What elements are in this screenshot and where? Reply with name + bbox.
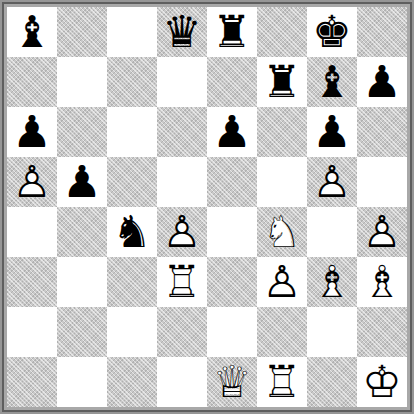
square-a6[interactable]: ♟ — [7, 107, 57, 157]
square-c8[interactable] — [107, 7, 157, 57]
square-h3[interactable]: ♝♗ — [357, 257, 407, 307]
piece-bP-a6: ♟ — [7, 107, 57, 157]
square-f4[interactable]: ♞♘ — [257, 207, 307, 257]
square-d3[interactable]: ♜♖ — [157, 257, 207, 307]
square-g2[interactable] — [307, 307, 357, 357]
square-f6[interactable] — [257, 107, 307, 157]
square-d6[interactable] — [157, 107, 207, 157]
square-f5[interactable] — [257, 157, 307, 207]
square-d7[interactable] — [157, 57, 207, 107]
square-a7[interactable] — [7, 57, 57, 107]
square-f1[interactable]: ♜♖ — [257, 357, 307, 407]
square-e7[interactable] — [207, 57, 257, 107]
square-d8[interactable]: ♛ — [157, 7, 207, 57]
piece-wQ-e1: ♕ — [207, 357, 257, 407]
piece-wN-f4: ♘ — [257, 207, 307, 257]
square-h1[interactable]: ♚♔ — [357, 357, 407, 407]
piece-wB-g3: ♗ — [307, 257, 357, 307]
piece-bR-f7: ♜ — [257, 57, 307, 107]
piece-bP-e6: ♟ — [207, 107, 257, 157]
square-b5[interactable]: ♟ — [57, 157, 107, 207]
square-a3[interactable] — [7, 257, 57, 307]
piece-wP-d4: ♙ — [157, 207, 207, 257]
square-b1[interactable] — [57, 357, 107, 407]
square-c4[interactable]: ♞ — [107, 207, 157, 257]
piece-wR-f1: ♖ — [257, 357, 307, 407]
piece-bP-b5: ♟ — [57, 157, 107, 207]
square-e6[interactable]: ♟ — [207, 107, 257, 157]
square-h8[interactable] — [357, 7, 407, 57]
piece-bB-a8: ♝ — [7, 7, 57, 57]
square-a4[interactable] — [7, 207, 57, 257]
square-a1[interactable] — [7, 357, 57, 407]
square-f8[interactable] — [257, 7, 307, 57]
square-h5[interactable] — [357, 157, 407, 207]
square-c3[interactable] — [107, 257, 157, 307]
square-b7[interactable] — [57, 57, 107, 107]
square-e4[interactable] — [207, 207, 257, 257]
piece-wP-g5: ♙ — [307, 157, 357, 207]
square-a2[interactable] — [7, 307, 57, 357]
piece-wP-a5: ♙ — [7, 157, 57, 207]
square-b6[interactable] — [57, 107, 107, 157]
square-c2[interactable] — [107, 307, 157, 357]
piece-bP-h7: ♟ — [357, 57, 407, 107]
square-h4[interactable]: ♟♙ — [357, 207, 407, 257]
square-g6[interactable]: ♟ — [307, 107, 357, 157]
square-d4[interactable]: ♟♙ — [157, 207, 207, 257]
square-f3[interactable]: ♟♙ — [257, 257, 307, 307]
square-b8[interactable] — [57, 7, 107, 57]
chessboard-frame: ♝♛♜♚♜♝♟♟♟♟♟♙♟♟♙♞♟♙♞♘♟♙♜♖♟♙♝♗♝♗♛♕♜♖♚♔ — [0, 0, 414, 414]
square-b3[interactable] — [57, 257, 107, 307]
square-e5[interactable] — [207, 157, 257, 207]
piece-bP-g6: ♟ — [307, 107, 357, 157]
piece-bN-c4: ♞ — [107, 207, 157, 257]
piece-bR-e8: ♜ — [207, 7, 257, 57]
square-e1[interactable]: ♛♕ — [207, 357, 257, 407]
square-c1[interactable] — [107, 357, 157, 407]
square-b4[interactable] — [57, 207, 107, 257]
square-c5[interactable] — [107, 157, 157, 207]
square-e8[interactable]: ♜ — [207, 7, 257, 57]
square-e2[interactable] — [207, 307, 257, 357]
square-c7[interactable] — [107, 57, 157, 107]
piece-wR-d3: ♖ — [157, 257, 207, 307]
piece-wK-h1: ♔ — [357, 357, 407, 407]
square-h6[interactable] — [357, 107, 407, 157]
piece-wP-h4: ♙ — [357, 207, 407, 257]
piece-wP-f3: ♙ — [257, 257, 307, 307]
piece-bQ-d8: ♛ — [157, 7, 207, 57]
square-a5[interactable]: ♟♙ — [7, 157, 57, 207]
square-a8[interactable]: ♝ — [7, 7, 57, 57]
square-d5[interactable] — [157, 157, 207, 207]
square-g3[interactable]: ♝♗ — [307, 257, 357, 307]
chessboard: ♝♛♜♚♜♝♟♟♟♟♟♙♟♟♙♞♟♙♞♘♟♙♜♖♟♙♝♗♝♗♛♕♜♖♚♔ — [7, 7, 407, 407]
piece-bB-g7: ♝ — [307, 57, 357, 107]
square-h2[interactable] — [357, 307, 407, 357]
square-g1[interactable] — [307, 357, 357, 407]
square-h7[interactable]: ♟ — [357, 57, 407, 107]
square-g5[interactable]: ♟♙ — [307, 157, 357, 207]
square-b2[interactable] — [57, 307, 107, 357]
square-e3[interactable] — [207, 257, 257, 307]
square-d2[interactable] — [157, 307, 207, 357]
square-g4[interactable] — [307, 207, 357, 257]
square-g7[interactable]: ♝ — [307, 57, 357, 107]
square-f2[interactable] — [257, 307, 307, 357]
square-c6[interactable] — [107, 107, 157, 157]
piece-wB-h3: ♗ — [357, 257, 407, 307]
piece-bK-g8: ♚ — [307, 7, 357, 57]
square-f7[interactable]: ♜ — [257, 57, 307, 107]
square-d1[interactable] — [157, 357, 207, 407]
square-g8[interactable]: ♚ — [307, 7, 357, 57]
